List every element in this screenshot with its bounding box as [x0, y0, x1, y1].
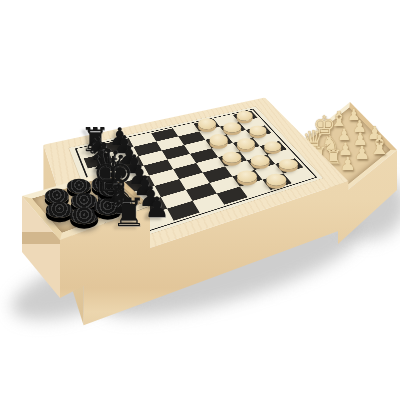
draughts-man-black — [70, 207, 98, 224]
piece-black-p: ♟ — [144, 195, 169, 223]
draughts-man-light — [224, 122, 242, 133]
piece-black-r: ♜ — [112, 194, 147, 233]
draughts-man-light — [251, 155, 270, 166]
draughts-man-light — [279, 159, 297, 170]
draughts-man-light — [237, 138, 255, 149]
product-photo-scene: ♟♜♟♞♟♝♟♛♟♚♟♝♟♞♟♜♚♝♛♟♞♜♟♟♜♟♞♟♟♟♟♝ — [0, 0, 400, 400]
draughts-man-light — [237, 111, 254, 121]
draughts-man-light — [198, 119, 216, 130]
draughts-man-light — [209, 135, 228, 146]
piece-wood-b: ♝ — [368, 131, 392, 158]
draughts-man-light — [264, 141, 282, 152]
draughts-man-light — [237, 170, 257, 182]
draughts-man-black — [67, 179, 91, 194]
draughts-man-light — [266, 174, 285, 186]
draughts-man-light — [223, 152, 242, 164]
